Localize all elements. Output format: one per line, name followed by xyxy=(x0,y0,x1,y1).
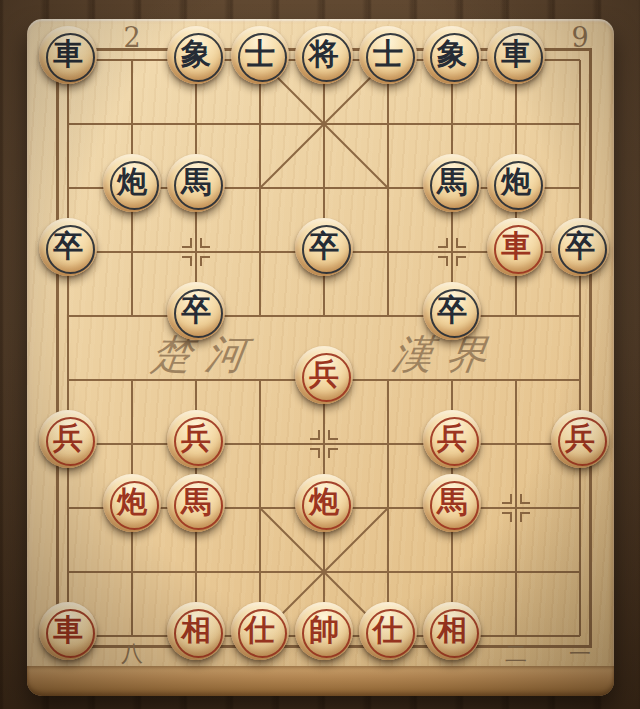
piece-glyph: 炮 xyxy=(117,487,147,517)
piece-glyph: 卒 xyxy=(53,231,83,261)
piece-glyph: 馬 xyxy=(181,167,211,197)
piece-red-general[interactable]: 帥 xyxy=(295,602,353,660)
piece-red-pawn[interactable]: 兵 xyxy=(295,346,353,404)
piece-glyph: 車 xyxy=(53,615,83,645)
piece-glyph: 兵 xyxy=(565,423,595,453)
piece-red-cannon[interactable]: 炮 xyxy=(295,474,353,532)
piece-glyph: 卒 xyxy=(437,295,467,325)
piece-black-elephant[interactable]: 象 xyxy=(423,26,481,84)
piece-red-elephant[interactable]: 相 xyxy=(423,602,481,660)
piece-black-cannon[interactable]: 炮 xyxy=(487,154,545,212)
piece-black-pawn[interactable]: 卒 xyxy=(423,282,481,340)
piece-glyph: 馬 xyxy=(437,487,467,517)
piece-glyph: 炮 xyxy=(309,487,339,517)
piece-glyph: 兵 xyxy=(181,423,211,453)
piece-glyph: 馬 xyxy=(437,167,467,197)
piece-glyph: 兵 xyxy=(53,423,83,453)
piece-red-rook[interactable]: 車 xyxy=(487,218,545,276)
piece-red-pawn[interactable]: 兵 xyxy=(39,410,97,468)
piece-black-general[interactable]: 将 xyxy=(295,26,353,84)
piece-red-elephant[interactable]: 相 xyxy=(167,602,225,660)
piece-glyph: 象 xyxy=(437,39,467,69)
piece-black-rook[interactable]: 車 xyxy=(39,26,97,84)
piece-red-horse[interactable]: 馬 xyxy=(167,474,225,532)
piece-black-pawn[interactable]: 卒 xyxy=(39,218,97,276)
piece-glyph: 卒 xyxy=(309,231,339,261)
piece-glyph: 炮 xyxy=(117,167,147,197)
piece-glyph: 士 xyxy=(373,39,403,69)
piece-black-advisor[interactable]: 士 xyxy=(231,26,289,84)
piece-red-advisor[interactable]: 仕 xyxy=(359,602,417,660)
piece-black-pawn[interactable]: 卒 xyxy=(551,218,609,276)
piece-glyph: 卒 xyxy=(181,295,211,325)
piece-glyph: 炮 xyxy=(501,167,531,197)
piece-glyph: 仕 xyxy=(373,615,403,645)
game-screen: 29八二一楚河漢界 車象士将士象車炮馬馬炮卒卒卒卒卒車兵兵兵兵兵炮馬炮馬車相仕帥… xyxy=(0,0,640,709)
piece-black-advisor[interactable]: 士 xyxy=(359,26,417,84)
piece-black-pawn[interactable]: 卒 xyxy=(167,282,225,340)
piece-glyph: 帥 xyxy=(309,615,339,645)
piece-glyph: 相 xyxy=(181,615,211,645)
piece-glyph: 士 xyxy=(245,39,275,69)
piece-black-cannon[interactable]: 炮 xyxy=(103,154,161,212)
piece-glyph: 将 xyxy=(309,39,339,69)
piece-glyph: 象 xyxy=(181,39,211,69)
piece-black-rook[interactable]: 車 xyxy=(487,26,545,84)
piece-glyph: 兵 xyxy=(309,359,339,389)
piece-glyph: 馬 xyxy=(181,487,211,517)
piece-black-horse[interactable]: 馬 xyxy=(423,154,481,212)
piece-red-pawn[interactable]: 兵 xyxy=(551,410,609,468)
piece-glyph: 車 xyxy=(501,231,531,261)
piece-glyph: 仕 xyxy=(245,615,275,645)
piece-glyph: 車 xyxy=(53,39,83,69)
piece-black-pawn[interactable]: 卒 xyxy=(295,218,353,276)
pieces-layer: 車象士将士象車炮馬馬炮卒卒卒卒卒車兵兵兵兵兵炮馬炮馬車相仕帥仕相 xyxy=(0,0,640,709)
piece-red-pawn[interactable]: 兵 xyxy=(167,410,225,468)
piece-red-pawn[interactable]: 兵 xyxy=(423,410,481,468)
piece-glyph: 卒 xyxy=(565,231,595,261)
piece-red-horse[interactable]: 馬 xyxy=(423,474,481,532)
piece-red-cannon[interactable]: 炮 xyxy=(103,474,161,532)
piece-glyph: 兵 xyxy=(437,423,467,453)
piece-black-elephant[interactable]: 象 xyxy=(167,26,225,84)
piece-red-rook[interactable]: 車 xyxy=(39,602,97,660)
piece-red-advisor[interactable]: 仕 xyxy=(231,602,289,660)
piece-glyph: 相 xyxy=(437,615,467,645)
piece-black-horse[interactable]: 馬 xyxy=(167,154,225,212)
piece-glyph: 車 xyxy=(501,39,531,69)
